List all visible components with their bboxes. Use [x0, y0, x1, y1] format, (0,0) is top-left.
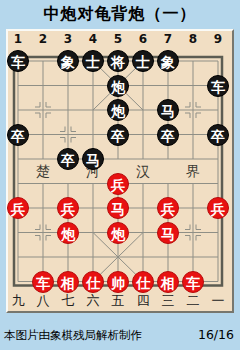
file-label-bottom: 七 — [56, 294, 80, 308]
footer-bar: 本图片由象棋残局解析制作 16/16 — [0, 325, 240, 347]
piece-black-士[interactable]: 士 — [82, 50, 104, 72]
file-label-top-4: 4 — [81, 32, 105, 46]
river-char: 界 — [181, 164, 205, 179]
piece-black-车[interactable]: 车 — [7, 50, 29, 72]
piece-black-炮[interactable]: 炮 — [107, 75, 129, 97]
file-label-top-2: 2 — [31, 32, 55, 46]
piece-black-马[interactable]: 马 — [82, 148, 104, 170]
piece-red-炮[interactable]: 炮 — [57, 222, 79, 244]
piece-red-车[interactable]: 车 — [182, 271, 204, 293]
file-label-top-5: 5 — [106, 32, 130, 46]
xiangqi-board: 123456789 九八七六五四三二一 楚河汉界 车象士将士象炮车炮马卒卒卒卒卒… — [6, 29, 234, 313]
file-label-top-8: 8 — [181, 32, 205, 46]
file-label-bottom: 五 — [106, 294, 130, 308]
piece-black-卒[interactable]: 卒 — [207, 124, 229, 146]
piece-black-象[interactable]: 象 — [57, 50, 79, 72]
file-label-bottom: 四 — [131, 294, 155, 308]
piece-black-车[interactable]: 车 — [207, 75, 229, 97]
piece-red-相[interactable]: 相 — [57, 271, 79, 293]
piece-red-兵[interactable]: 兵 — [57, 197, 79, 219]
file-label-top-7: 7 — [156, 32, 180, 46]
piece-red-兵[interactable]: 兵 — [107, 173, 129, 195]
piece-red-马[interactable]: 马 — [157, 222, 179, 244]
file-label-top-6: 6 — [131, 32, 155, 46]
credit-text: 本图片由象棋残局解析制作 — [4, 325, 142, 345]
piece-black-卒[interactable]: 卒 — [157, 124, 179, 146]
piece-red-帅[interactable]: 帅 — [107, 271, 129, 293]
file-label-bottom: 三 — [156, 294, 180, 308]
piece-black-卒[interactable]: 卒 — [57, 148, 79, 170]
file-label-bottom: 六 — [81, 294, 105, 308]
file-label-bottom: 二 — [181, 294, 205, 308]
file-label-bottom: 一 — [206, 294, 230, 308]
piece-black-马[interactable]: 马 — [157, 99, 179, 121]
file-label-top-1: 1 — [6, 32, 30, 46]
piece-black-炮[interactable]: 炮 — [107, 99, 129, 121]
piece-red-仕[interactable]: 仕 — [132, 271, 154, 293]
piece-red-兵[interactable]: 兵 — [207, 197, 229, 219]
piece-red-兵[interactable]: 兵 — [7, 197, 29, 219]
file-label-bottom: 九 — [6, 294, 30, 308]
piece-black-卒[interactable]: 卒 — [107, 124, 129, 146]
piece-red-车[interactable]: 车 — [32, 271, 54, 293]
file-label-top-3: 3 — [56, 32, 80, 46]
river-char: 楚 — [31, 164, 55, 179]
piece-black-卒[interactable]: 卒 — [7, 124, 29, 146]
file-label-top-9: 9 — [206, 32, 230, 46]
piece-red-马[interactable]: 马 — [107, 197, 129, 219]
file-label-bottom: 八 — [31, 294, 55, 308]
piece-red-仕[interactable]: 仕 — [82, 271, 104, 293]
piece-black-象[interactable]: 象 — [157, 50, 179, 72]
piece-red-兵[interactable]: 兵 — [157, 197, 179, 219]
page-title: 中炮对龟背炮（一） — [0, 4, 240, 25]
river-char: 汉 — [131, 164, 155, 179]
piece-black-士[interactable]: 士 — [132, 50, 154, 72]
piece-black-将[interactable]: 将 — [107, 50, 129, 72]
page-indicator: 16/16 — [198, 325, 234, 345]
piece-red-相[interactable]: 相 — [157, 271, 179, 293]
piece-red-炮[interactable]: 炮 — [107, 222, 129, 244]
